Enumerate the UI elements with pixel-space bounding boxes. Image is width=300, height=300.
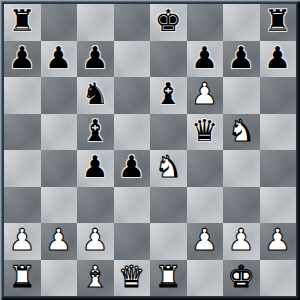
white-pawn-piece[interactable]: ♟ bbox=[264, 225, 291, 255]
white-pawn-piece[interactable]: ♟ bbox=[9, 225, 36, 255]
square-f7[interactable]: ♟ bbox=[187, 41, 224, 78]
square-d8[interactable] bbox=[114, 4, 151, 41]
square-h1[interactable] bbox=[260, 260, 297, 297]
square-b3[interactable] bbox=[41, 187, 78, 224]
white-pawn-piece[interactable]: ♟ bbox=[191, 225, 218, 255]
square-d2[interactable] bbox=[114, 223, 151, 260]
board-frame: ♜♚♜♟♟♟♟♟♟♞♝♟♝♛♞♟♟♞♟♟♟♟♟♟♜♝♛♜♚ bbox=[0, 0, 300, 300]
square-e3[interactable] bbox=[150, 187, 187, 224]
square-a5[interactable] bbox=[4, 114, 41, 151]
black-rook-piece[interactable]: ♜ bbox=[9, 6, 36, 36]
square-h5[interactable] bbox=[260, 114, 297, 151]
white-knight-piece[interactable]: ♞ bbox=[228, 116, 255, 146]
square-a8[interactable]: ♜ bbox=[4, 4, 41, 41]
square-e5[interactable] bbox=[150, 114, 187, 151]
square-f3[interactable] bbox=[187, 187, 224, 224]
square-g8[interactable] bbox=[223, 4, 260, 41]
black-pawn-piece[interactable]: ♟ bbox=[264, 43, 291, 73]
square-f5[interactable]: ♛ bbox=[187, 114, 224, 151]
black-pawn-piece[interactable]: ♟ bbox=[118, 152, 145, 182]
square-d6[interactable] bbox=[114, 77, 151, 114]
square-e6[interactable]: ♝ bbox=[150, 77, 187, 114]
square-e7[interactable] bbox=[150, 41, 187, 78]
square-c3[interactable] bbox=[77, 187, 114, 224]
white-rook-piece[interactable]: ♜ bbox=[155, 262, 182, 292]
square-b7[interactable]: ♟ bbox=[41, 41, 78, 78]
square-f1[interactable] bbox=[187, 260, 224, 297]
square-h3[interactable] bbox=[260, 187, 297, 224]
chess-board: ♜♚♜♟♟♟♟♟♟♞♝♟♝♛♞♟♟♞♟♟♟♟♟♟♜♝♛♜♚ bbox=[4, 4, 296, 296]
square-c8[interactable] bbox=[77, 4, 114, 41]
square-c6[interactable]: ♞ bbox=[77, 77, 114, 114]
square-a2[interactable]: ♟ bbox=[4, 223, 41, 260]
square-d5[interactable] bbox=[114, 114, 151, 151]
square-h2[interactable]: ♟ bbox=[260, 223, 297, 260]
square-h6[interactable] bbox=[260, 77, 297, 114]
square-e8[interactable]: ♚ bbox=[150, 4, 187, 41]
square-b4[interactable] bbox=[41, 150, 78, 187]
square-b8[interactable] bbox=[41, 4, 78, 41]
square-a7[interactable]: ♟ bbox=[4, 41, 41, 78]
black-queen-piece[interactable]: ♛ bbox=[191, 116, 218, 146]
square-a1[interactable]: ♜ bbox=[4, 260, 41, 297]
black-knight-piece[interactable]: ♞ bbox=[82, 79, 109, 109]
square-h8[interactable]: ♜ bbox=[260, 4, 297, 41]
white-knight-piece[interactable]: ♞ bbox=[155, 152, 182, 182]
square-f8[interactable] bbox=[187, 4, 224, 41]
square-h7[interactable]: ♟ bbox=[260, 41, 297, 78]
square-a4[interactable] bbox=[4, 150, 41, 187]
square-c2[interactable]: ♟ bbox=[77, 223, 114, 260]
square-a3[interactable] bbox=[4, 187, 41, 224]
square-g3[interactable] bbox=[223, 187, 260, 224]
black-pawn-piece[interactable]: ♟ bbox=[45, 43, 72, 73]
square-e4[interactable]: ♞ bbox=[150, 150, 187, 187]
white-pawn-piece[interactable]: ♟ bbox=[191, 79, 218, 109]
square-h4[interactable] bbox=[260, 150, 297, 187]
black-king-piece[interactable]: ♚ bbox=[155, 6, 182, 36]
white-king-piece[interactable]: ♚ bbox=[228, 262, 255, 292]
square-f6[interactable]: ♟ bbox=[187, 77, 224, 114]
black-rook-piece[interactable]: ♜ bbox=[264, 6, 291, 36]
square-g5[interactable]: ♞ bbox=[223, 114, 260, 151]
square-g6[interactable] bbox=[223, 77, 260, 114]
white-rook-piece[interactable]: ♜ bbox=[9, 262, 36, 292]
black-pawn-piece[interactable]: ♟ bbox=[191, 43, 218, 73]
square-e2[interactable] bbox=[150, 223, 187, 260]
square-c5[interactable]: ♝ bbox=[77, 114, 114, 151]
square-f2[interactable]: ♟ bbox=[187, 223, 224, 260]
square-c4[interactable]: ♟ bbox=[77, 150, 114, 187]
black-pawn-piece[interactable]: ♟ bbox=[82, 43, 109, 73]
square-d3[interactable] bbox=[114, 187, 151, 224]
square-d7[interactable] bbox=[114, 41, 151, 78]
square-g4[interactable] bbox=[223, 150, 260, 187]
black-bishop-piece[interactable]: ♝ bbox=[82, 116, 109, 146]
square-b6[interactable] bbox=[41, 77, 78, 114]
white-pawn-piece[interactable]: ♟ bbox=[228, 225, 255, 255]
square-b2[interactable]: ♟ bbox=[41, 223, 78, 260]
black-pawn-piece[interactable]: ♟ bbox=[9, 43, 36, 73]
square-f4[interactable] bbox=[187, 150, 224, 187]
square-g7[interactable]: ♟ bbox=[223, 41, 260, 78]
square-g2[interactable]: ♟ bbox=[223, 223, 260, 260]
square-c7[interactable]: ♟ bbox=[77, 41, 114, 78]
square-d1[interactable]: ♛ bbox=[114, 260, 151, 297]
black-pawn-piece[interactable]: ♟ bbox=[82, 152, 109, 182]
square-b1[interactable] bbox=[41, 260, 78, 297]
square-b5[interactable] bbox=[41, 114, 78, 151]
square-c1[interactable]: ♝ bbox=[77, 260, 114, 297]
square-a6[interactable] bbox=[4, 77, 41, 114]
square-d4[interactable]: ♟ bbox=[114, 150, 151, 187]
white-pawn-piece[interactable]: ♟ bbox=[82, 225, 109, 255]
white-pawn-piece[interactable]: ♟ bbox=[45, 225, 72, 255]
square-g1[interactable]: ♚ bbox=[223, 260, 260, 297]
black-pawn-piece[interactable]: ♟ bbox=[228, 43, 255, 73]
white-queen-piece[interactable]: ♛ bbox=[118, 262, 145, 292]
black-bishop-piece[interactable]: ♝ bbox=[155, 79, 182, 109]
white-bishop-piece[interactable]: ♝ bbox=[82, 262, 109, 292]
square-e1[interactable]: ♜ bbox=[150, 260, 187, 297]
